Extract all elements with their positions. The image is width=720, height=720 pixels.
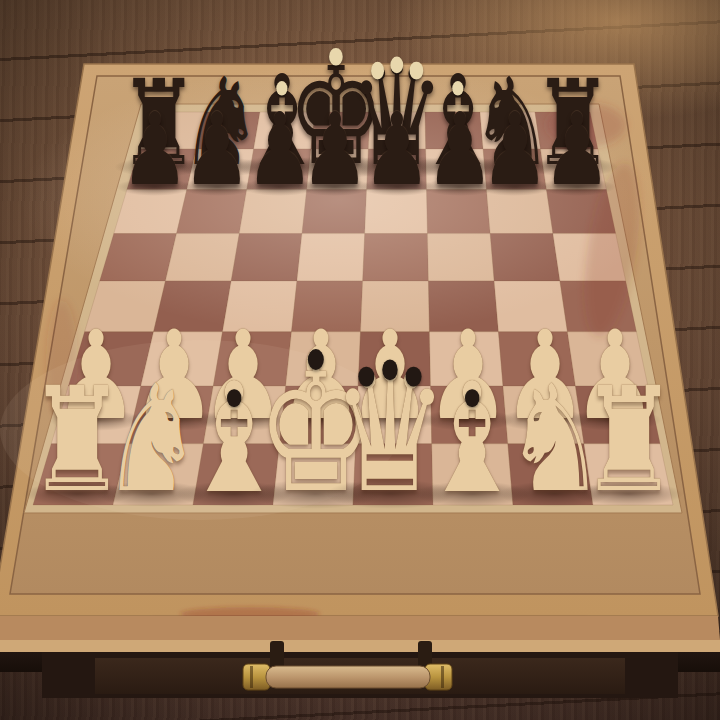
- king-finial-ball: [308, 349, 324, 370]
- board-front-rim: [0, 640, 720, 652]
- piece-white-rook-h1[interactable]: ♜: [573, 369, 684, 513]
- queen-finial-ball: [359, 366, 375, 386]
- piece-black-pawn-h7[interactable]: ♟: [539, 101, 616, 201]
- bishop-finial-ball: [227, 389, 241, 407]
- photo-scene: ♜♞♝♚♛♝♞♜♟♟♟♟♟♟♟♟♟♟♟♟♟♟♟♟♜♞♝♚♛♝♞♜: [0, 0, 720, 720]
- drawer-handle[interactable]: [266, 666, 430, 688]
- king-finial-ball: [329, 48, 342, 65]
- bishop-finial-ball: [465, 389, 479, 407]
- brass-ridge-right: [441, 666, 444, 688]
- brass-ridge-left: [250, 666, 253, 688]
- queen-finial-ball: [390, 57, 403, 74]
- queen-finial-ball: [371, 62, 384, 79]
- queen-finial-ball: [382, 360, 398, 380]
- board-front-edge: [0, 616, 720, 640]
